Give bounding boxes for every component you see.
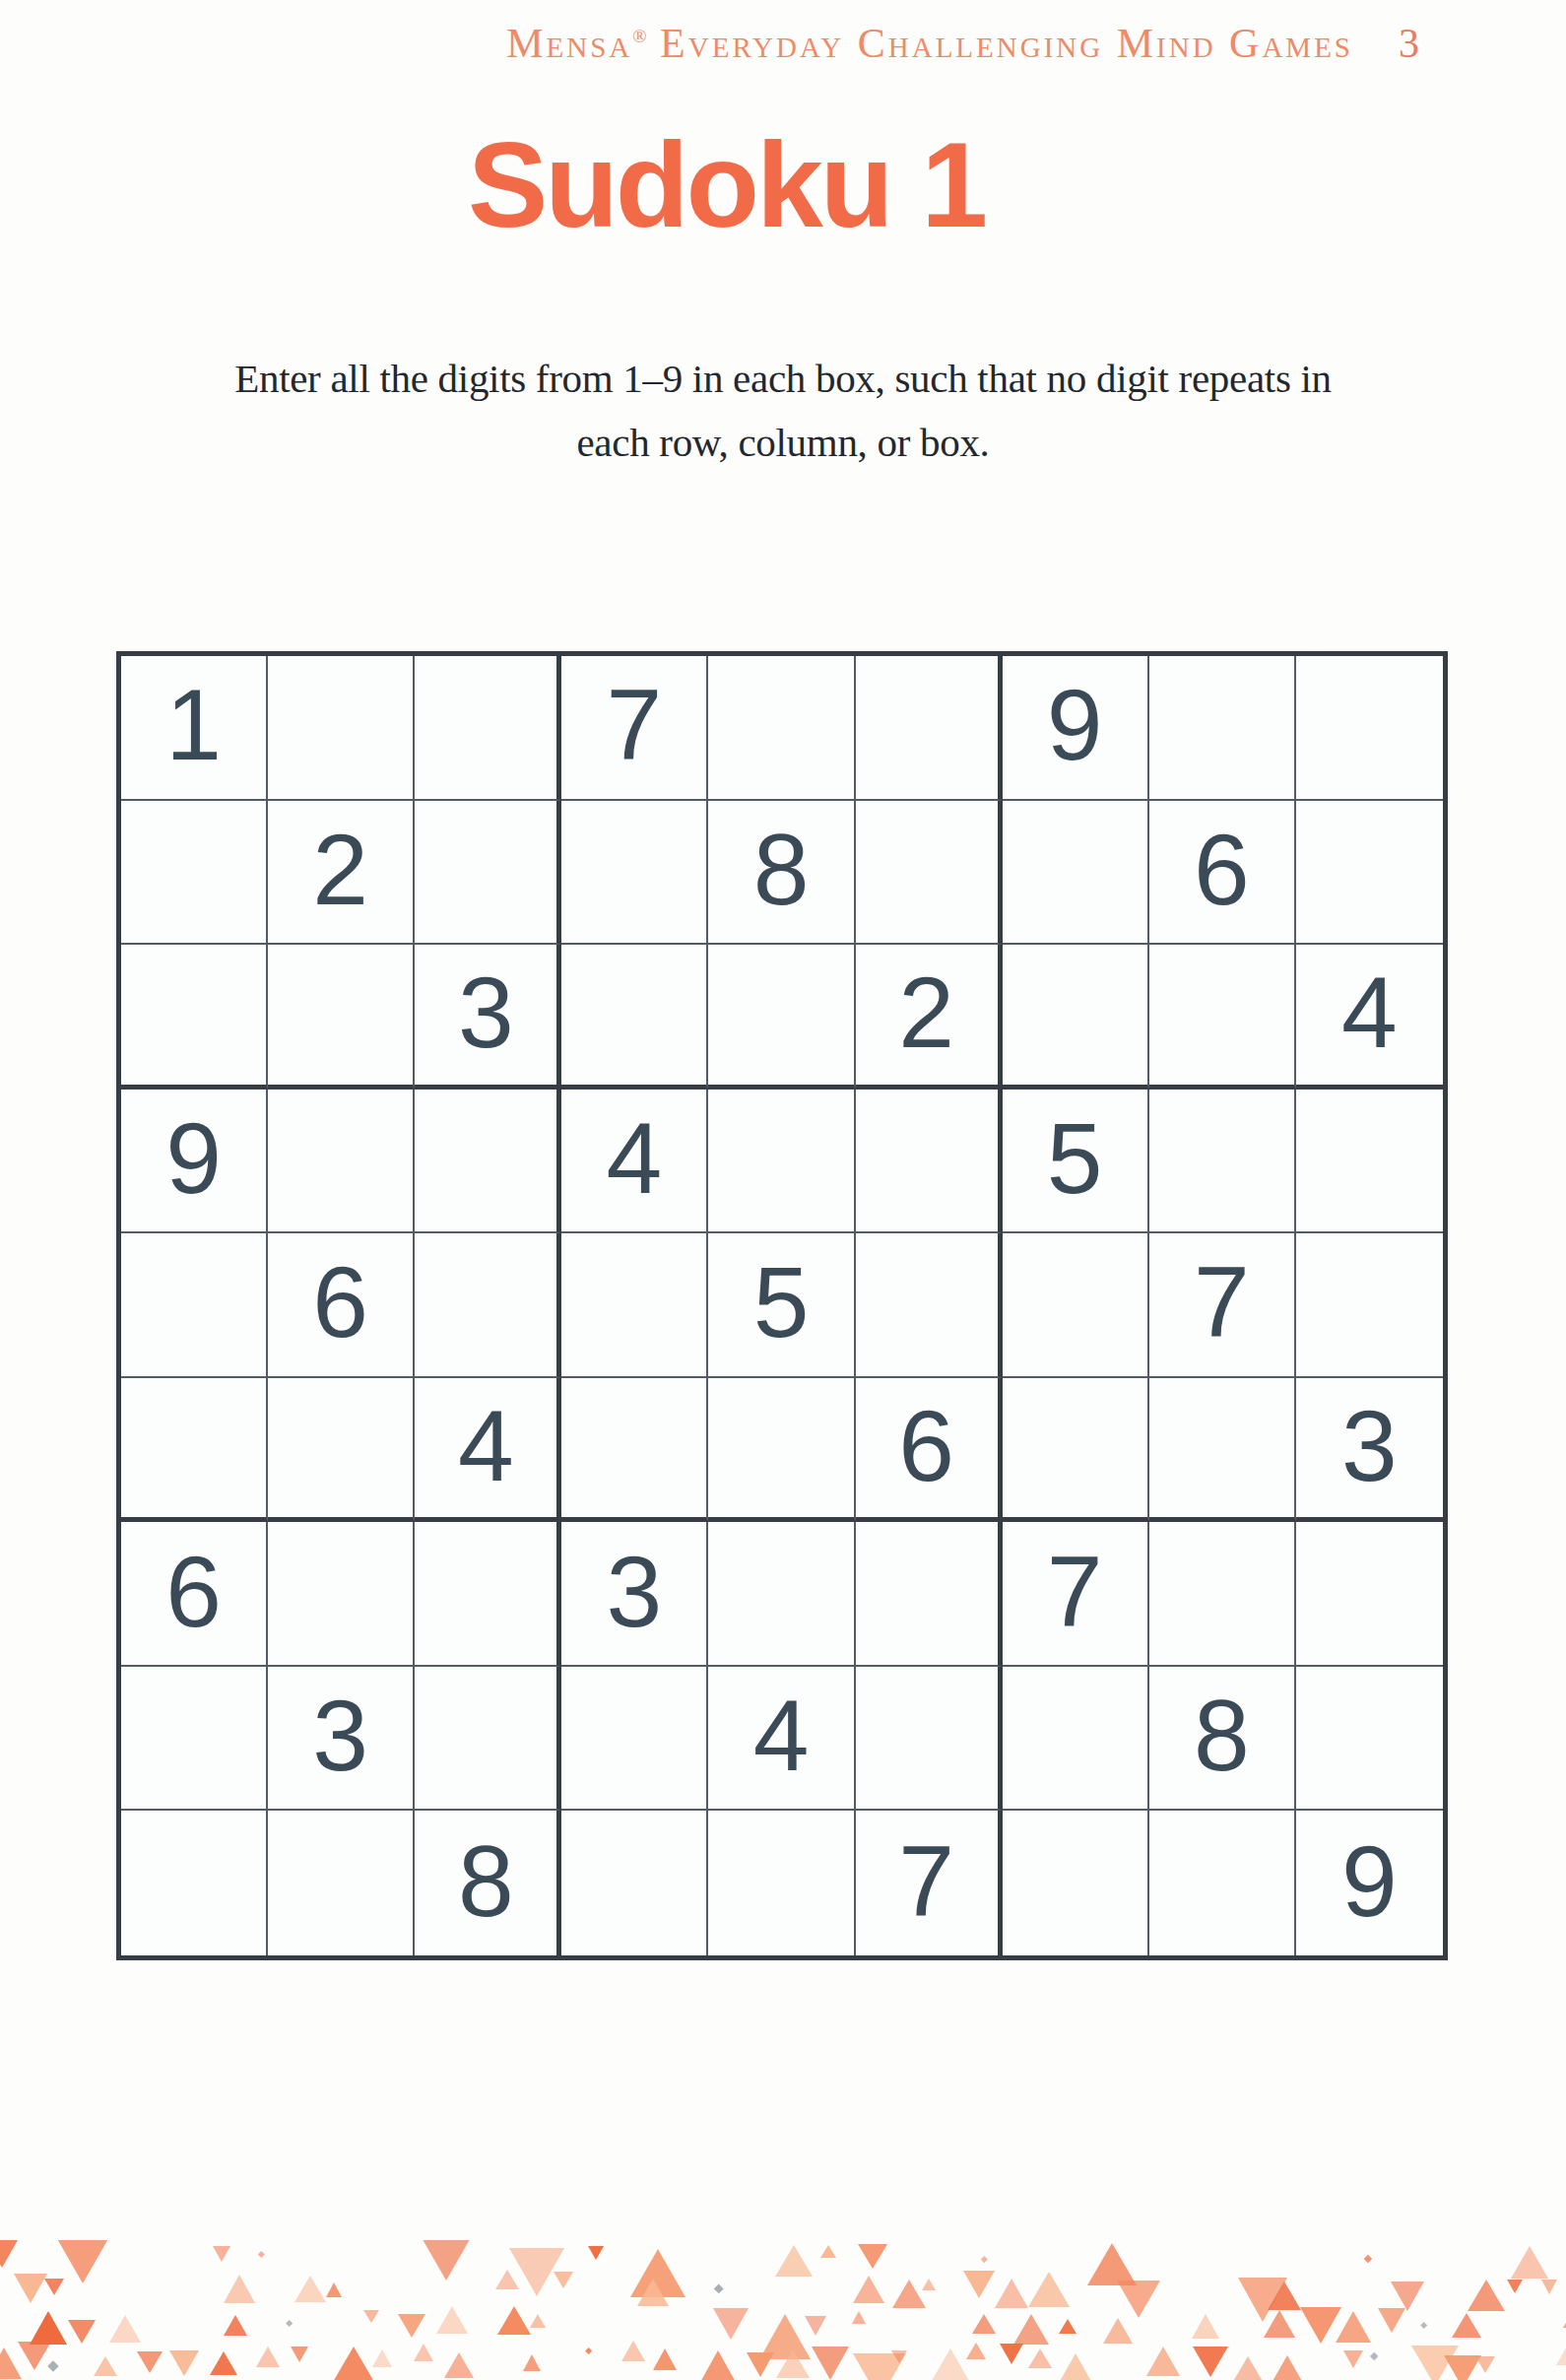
cell-r4c5[interactable] <box>708 1090 855 1234</box>
given-digit: 8 <box>458 1831 514 1932</box>
speck-icon <box>258 2251 264 2257</box>
cell-r9c1[interactable] <box>121 1811 268 1955</box>
given-digit: 9 <box>1341 1831 1398 1932</box>
speck-icon <box>1364 2255 1372 2263</box>
cell-r9c8[interactable] <box>1149 1811 1296 1955</box>
triangle-icon <box>1000 2344 1023 2364</box>
triangle-icon <box>1391 2281 1424 2311</box>
triangle-icon <box>747 2352 774 2377</box>
triangle-icon <box>444 2352 474 2378</box>
triangle-icon <box>775 2245 813 2277</box>
cell-r5c9[interactable] <box>1296 1233 1443 1378</box>
cell-r1c2[interactable] <box>268 656 415 801</box>
given-digit: 4 <box>458 1396 514 1496</box>
cell-r8c2[interactable]: 3 <box>268 1667 415 1812</box>
triangle-icon <box>1541 2280 1557 2294</box>
cell-r4c6[interactable] <box>856 1090 1003 1234</box>
given-digit: 4 <box>1341 962 1398 1063</box>
given-digit: 9 <box>165 1108 222 1209</box>
cell-r9c2[interactable] <box>268 1811 415 1955</box>
triangle-icon <box>68 2320 96 2344</box>
cell-r2c8[interactable]: 6 <box>1149 801 1296 946</box>
instructions-line-2: each row, column, or box. <box>0 411 1566 475</box>
speck-icon <box>286 2320 294 2328</box>
cell-r2c6[interactable] <box>856 801 1003 946</box>
cell-r7c5[interactable] <box>708 1522 855 1667</box>
speck-icon <box>1420 2322 1428 2330</box>
triangle-icon <box>621 2341 645 2361</box>
given-digit: 8 <box>1194 1686 1250 1786</box>
triangle-icon <box>922 2279 936 2290</box>
page-number: 3 <box>1399 20 1422 67</box>
cell-r4c3[interactable] <box>415 1090 561 1234</box>
instructions: Enter all the digits from 1–9 in each bo… <box>0 347 1566 475</box>
triangle-icon <box>224 2315 247 2336</box>
triangle-icon <box>699 2350 737 2380</box>
cell-r4c2[interactable] <box>268 1090 415 1234</box>
cell-r7c9[interactable] <box>1296 1522 1443 1667</box>
triangle-icon <box>1468 2280 1505 2311</box>
given-digit: 5 <box>753 1252 810 1353</box>
cell-r2c5[interactable]: 8 <box>708 801 855 946</box>
cell-r7c6[interactable] <box>856 1522 1003 1667</box>
triangle-icon <box>892 2280 926 2308</box>
cell-r7c3[interactable] <box>415 1522 561 1667</box>
given-digit: 4 <box>607 1108 663 1209</box>
cell-r8c5[interactable]: 4 <box>708 1667 855 1812</box>
given-digit: 7 <box>1194 1252 1250 1353</box>
instructions-line-1: Enter all the digits from 1–9 in each bo… <box>0 347 1566 411</box>
triangle-icon <box>18 2342 51 2370</box>
cell-r4c7[interactable]: 5 <box>1003 1090 1149 1234</box>
cell-r5c8[interactable]: 7 <box>1149 1233 1296 1378</box>
triangle-icon <box>109 2315 141 2343</box>
cell-r3c7[interactable] <box>1003 945 1149 1090</box>
cell-r2c3[interactable] <box>415 801 561 946</box>
triangle-icon <box>554 2272 573 2288</box>
triangle-icon <box>853 2276 884 2303</box>
cell-r8c3[interactable] <box>415 1667 561 1812</box>
cell-r1c8[interactable] <box>1149 656 1296 801</box>
cell-r5c1[interactable] <box>121 1233 268 1378</box>
triangle-icon <box>210 2351 237 2375</box>
cell-r9c9[interactable]: 9 <box>1296 1811 1443 1955</box>
triangle-icon <box>1452 2313 1481 2338</box>
cell-r8c9[interactable] <box>1296 1667 1443 1812</box>
cell-r6c9[interactable]: 3 <box>1296 1378 1443 1523</box>
triangle-icon <box>1268 2281 1301 2310</box>
triangle-icon <box>637 2279 669 2306</box>
triangle-icon <box>137 2351 163 2373</box>
triangle-icon <box>1058 2353 1093 2380</box>
cell-r5c4[interactable] <box>561 1233 708 1378</box>
cell-r3c1[interactable] <box>121 945 268 1090</box>
triangle-icon <box>588 2246 604 2260</box>
triangle-icon <box>0 2240 18 2268</box>
cell-r6c5[interactable] <box>708 1378 855 1523</box>
triangle-icon <box>805 2316 826 2336</box>
cell-r1c4[interactable]: 7 <box>561 656 708 801</box>
triangle-icon <box>495 2270 519 2289</box>
cell-r6c1[interactable] <box>121 1378 268 1523</box>
given-digit: 3 <box>1341 1396 1398 1496</box>
triangle-icon <box>420 2240 473 2281</box>
given-digit: 3 <box>607 1542 663 1642</box>
triangle-icon <box>497 2306 531 2335</box>
triangle-icon <box>1059 2319 1077 2334</box>
cell-r6c4[interactable] <box>561 1378 708 1523</box>
cell-r1c7[interactable]: 9 <box>1003 656 1149 801</box>
cell-r6c6[interactable]: 6 <box>856 1378 1003 1523</box>
given-digit: 6 <box>312 1252 368 1353</box>
running-head: Mensa® Everyday Challenging Mind Games3 <box>506 20 1422 67</box>
triangle-icon <box>713 2308 749 2340</box>
cell-r3c8[interactable] <box>1149 945 1296 1090</box>
given-digit: 7 <box>1047 1542 1103 1642</box>
cell-r1c1[interactable]: 1 <box>121 656 268 801</box>
cell-r2c9[interactable] <box>1296 801 1443 946</box>
triangle-icon <box>653 2348 677 2370</box>
triangle-icon <box>1336 2311 1371 2343</box>
triangle-icon <box>1264 2355 1311 2380</box>
puzzle-title: Sudoku 1 <box>0 116 1453 254</box>
given-digit: 3 <box>458 962 514 1063</box>
cell-r2c4[interactable] <box>561 801 708 946</box>
triangle-icon <box>30 2311 67 2345</box>
cell-r8c8[interactable]: 8 <box>1149 1667 1296 1812</box>
registered-mark: ® <box>632 26 646 46</box>
cell-r5c6[interactable] <box>856 1233 1003 1378</box>
cell-r7c2[interactable] <box>268 1522 415 1667</box>
triangle-icon <box>530 2314 546 2328</box>
cell-r1c6[interactable] <box>856 656 1003 801</box>
cell-r6c2[interactable] <box>268 1378 415 1523</box>
cell-r8c4[interactable] <box>561 1667 708 1812</box>
cell-r6c3[interactable]: 4 <box>415 1378 561 1523</box>
triangle-icon <box>291 2347 308 2362</box>
given-digit: 7 <box>607 675 663 775</box>
cell-r4c9[interactable] <box>1296 1090 1443 1234</box>
cell-r9c7[interactable] <box>1003 1811 1149 1955</box>
triangle-icon <box>812 2347 849 2380</box>
triangle-icon <box>820 2245 836 2258</box>
given-digit: 4 <box>753 1686 810 1786</box>
triangle-icon <box>852 2311 866 2324</box>
triangle-icon <box>891 2350 907 2363</box>
cell-r4c4[interactable]: 4 <box>561 1090 708 1234</box>
given-digit: 2 <box>898 962 954 1063</box>
triangle-icon <box>372 2349 392 2367</box>
triangle-icon <box>363 2310 379 2323</box>
cell-r1c5[interactable] <box>708 656 855 801</box>
triangle-icon <box>523 2354 541 2371</box>
cell-r9c5[interactable] <box>708 1811 855 1955</box>
cell-r2c1[interactable] <box>121 801 268 946</box>
speck-icon <box>585 2347 593 2355</box>
cell-r7c8[interactable] <box>1149 1522 1296 1667</box>
given-digit: 8 <box>753 820 810 920</box>
cell-r3c5[interactable] <box>708 945 855 1090</box>
book-title-rest: Everyday Challenging Mind Games <box>647 21 1353 66</box>
triangle-icon <box>1087 2243 1137 2285</box>
cell-r2c2[interactable]: 2 <box>268 801 415 946</box>
cell-r1c3[interactable] <box>415 656 561 801</box>
given-digit: 1 <box>165 675 222 775</box>
given-digit: 6 <box>898 1396 954 1496</box>
triangle-icon <box>776 2349 810 2378</box>
cell-r6c7[interactable] <box>1003 1378 1149 1523</box>
cell-r8c7[interactable] <box>1003 1667 1149 1812</box>
triangle-icon <box>14 2274 47 2303</box>
given-digit: 9 <box>1047 675 1103 775</box>
triangle-icon <box>1343 2350 1363 2368</box>
speck-icon <box>1370 2352 1379 2361</box>
triangle-icon <box>436 2306 468 2334</box>
cell-r4c8[interactable] <box>1149 1090 1296 1234</box>
given-digit: 6 <box>1194 820 1250 920</box>
given-digit: 2 <box>312 820 368 920</box>
cell-r3c4[interactable] <box>561 945 708 1090</box>
cell-r5c2[interactable]: 6 <box>268 1233 415 1378</box>
triangle-icon <box>995 2279 1028 2308</box>
triangle-icon <box>1264 2310 1295 2338</box>
cell-r7c1[interactable]: 6 <box>121 1522 268 1667</box>
brand-text: Mensa <box>506 21 632 66</box>
cell-r8c6[interactable] <box>856 1667 1003 1812</box>
triangle-icon <box>966 2343 986 2359</box>
triangle-icon <box>398 2314 425 2338</box>
cell-r9c4[interactable] <box>561 1811 708 1955</box>
triangle-icon <box>55 2240 110 2283</box>
triangle-icon <box>1511 2246 1548 2279</box>
cell-r5c7[interactable] <box>1003 1233 1149 1378</box>
triangle-icon <box>169 2350 199 2376</box>
triangle-icon <box>1475 2356 1495 2373</box>
given-digit: 3 <box>312 1686 368 1786</box>
triangle-icon <box>1117 2281 1160 2318</box>
cell-r3c9[interactable]: 4 <box>1296 945 1443 1090</box>
cell-r3c6[interactable]: 2 <box>856 945 1003 1090</box>
triangle-icon <box>224 2275 255 2303</box>
triangle-icon <box>1193 2347 1228 2377</box>
triangle-icon <box>1507 2280 1523 2293</box>
cell-r9c6[interactable]: 7 <box>856 1811 1003 1955</box>
triangle-icon <box>1103 2318 1133 2344</box>
cell-r1c9[interactable] <box>1296 656 1443 801</box>
triangle-icon <box>972 2314 996 2334</box>
given-digit: 6 <box>165 1542 222 1642</box>
given-digit: 5 <box>1047 1108 1103 1209</box>
triangle-icon <box>256 2347 280 2367</box>
triangle-icon <box>44 2279 64 2295</box>
cell-r3c3[interactable]: 3 <box>415 945 561 1090</box>
triangle-icon <box>1378 2308 1405 2333</box>
cell-r8c1[interactable] <box>121 1667 268 1812</box>
triangle-icon <box>858 2244 887 2269</box>
cell-r5c3[interactable] <box>415 1233 561 1378</box>
cell-r3c2[interactable] <box>268 945 415 1090</box>
cell-r7c7[interactable]: 7 <box>1003 1522 1149 1667</box>
triangle-icon <box>1028 2348 1052 2368</box>
triangle-icon <box>1228 2356 1268 2380</box>
speck-icon <box>713 2283 724 2294</box>
sudoku-board: 179286324945657463637348879 <box>116 651 1448 1960</box>
cell-r7c4[interactable]: 3 <box>561 1522 708 1667</box>
given-digit: 7 <box>898 1831 954 1932</box>
triangle-icon <box>326 2282 342 2297</box>
triangle-icon <box>1192 2314 1219 2339</box>
cell-r9c3[interactable]: 8 <box>415 1811 561 1955</box>
triangle-icon <box>414 2344 433 2361</box>
triangle-icon <box>1028 2272 1070 2307</box>
cell-r5c5[interactable]: 5 <box>708 1233 855 1378</box>
speck-icon <box>981 2256 987 2262</box>
triangle-icon <box>963 2271 995 2298</box>
triangle-icon <box>1556 2341 1566 2365</box>
triangle-icon <box>213 2246 230 2262</box>
triangle-icon <box>1146 2347 1180 2376</box>
triangle-icon <box>1013 2314 1049 2345</box>
triangle-icon <box>94 2356 117 2376</box>
cell-r2c7[interactable] <box>1003 801 1149 946</box>
triangle-icon <box>294 2276 326 2302</box>
cell-r4c1[interactable]: 9 <box>121 1090 268 1234</box>
cell-r6c8[interactable] <box>1149 1378 1296 1523</box>
triangle-pattern <box>0 2240 1566 2380</box>
book-page: Mensa® Everyday Challenging Mind Games3 … <box>0 0 1566 2380</box>
